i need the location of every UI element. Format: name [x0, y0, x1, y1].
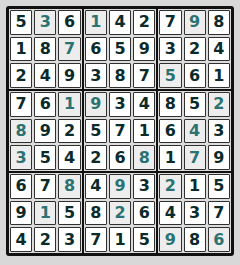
cell-r1c6[interactable]: 2 [133, 10, 155, 35]
cell-r6c6[interactable]: 8 [133, 145, 155, 170]
cell-r8c7[interactable]: 4 [159, 201, 181, 226]
cell-r9c8[interactable]: 8 [184, 227, 206, 252]
cell-r2c3[interactable]: 7 [58, 37, 80, 62]
cell-r2c1[interactable]: 1 [10, 37, 32, 62]
cell-r9c6[interactable]: 5 [133, 227, 155, 252]
cell-r7c6[interactable]: 3 [133, 174, 155, 199]
cell-r2c8[interactable]: 2 [184, 37, 206, 62]
cell-r8c5[interactable]: 2 [109, 201, 131, 226]
cell-r2c9[interactable]: 4 [208, 37, 230, 62]
box-3-1: 678915423 [9, 173, 82, 253]
box-3-3: 215437986 [158, 173, 231, 253]
cell-r6c1[interactable]: 3 [10, 145, 32, 170]
cell-r3c9[interactable]: 1 [208, 63, 230, 88]
cell-r1c7[interactable]: 7 [159, 10, 181, 35]
cell-r3c6[interactable]: 7 [133, 63, 155, 88]
cell-r1c2[interactable]: 3 [34, 10, 56, 35]
cell-r7c4[interactable]: 4 [85, 174, 107, 199]
cell-r2c6[interactable]: 9 [133, 37, 155, 62]
cell-r3c4[interactable]: 3 [85, 63, 107, 88]
box-2-1: 761892354 [9, 91, 82, 171]
cell-r3c2[interactable]: 4 [34, 63, 56, 88]
box-1-1: 536187249 [9, 9, 82, 89]
cell-r5c6[interactable]: 1 [133, 119, 155, 144]
cell-r7c9[interactable]: 5 [208, 174, 230, 199]
cell-r4c1[interactable]: 7 [10, 92, 32, 117]
cell-r5c2[interactable]: 9 [34, 119, 56, 144]
box-2-3: 852643179 [158, 91, 231, 171]
cell-r7c1[interactable]: 6 [10, 174, 32, 199]
cell-r5c1[interactable]: 8 [10, 119, 32, 144]
cell-r2c5[interactable]: 5 [109, 37, 131, 62]
box-1-3: 798324561 [158, 9, 231, 89]
cell-r2c7[interactable]: 3 [159, 37, 181, 62]
cell-r4c5[interactable]: 3 [109, 92, 131, 117]
cell-r3c3[interactable]: 9 [58, 63, 80, 88]
cell-r1c4[interactable]: 1 [85, 10, 107, 35]
cell-r3c1[interactable]: 2 [10, 63, 32, 88]
cell-r4c4[interactable]: 9 [85, 92, 107, 117]
cell-r5c8[interactable]: 4 [184, 119, 206, 144]
cell-r4c9[interactable]: 2 [208, 92, 230, 117]
sudoku-board: 5361872491426593877983245617618923549345… [6, 6, 234, 256]
cell-r9c9[interactable]: 6 [208, 227, 230, 252]
cell-r5c7[interactable]: 6 [159, 119, 181, 144]
box-3-2: 493826715 [84, 173, 157, 253]
cell-r9c7[interactable]: 9 [159, 227, 181, 252]
cell-r1c1[interactable]: 5 [10, 10, 32, 35]
cell-r1c5[interactable]: 4 [109, 10, 131, 35]
cell-r7c2[interactable]: 7 [34, 174, 56, 199]
cell-r2c4[interactable]: 6 [85, 37, 107, 62]
cell-r8c4[interactable]: 8 [85, 201, 107, 226]
cell-r4c2[interactable]: 6 [34, 92, 56, 117]
cell-r5c5[interactable]: 7 [109, 119, 131, 144]
cell-r8c1[interactable]: 9 [10, 201, 32, 226]
cell-r1c9[interactable]: 8 [208, 10, 230, 35]
cell-r4c8[interactable]: 5 [184, 92, 206, 117]
cell-r6c9[interactable]: 9 [208, 145, 230, 170]
cell-r5c3[interactable]: 2 [58, 119, 80, 144]
cell-r8c6[interactable]: 6 [133, 201, 155, 226]
cell-r1c3[interactable]: 6 [58, 10, 80, 35]
cell-r6c3[interactable]: 4 [58, 145, 80, 170]
cell-r8c9[interactable]: 7 [208, 201, 230, 226]
cell-r5c9[interactable]: 3 [208, 119, 230, 144]
cell-r1c8[interactable]: 9 [184, 10, 206, 35]
cell-r9c3[interactable]: 3 [58, 227, 80, 252]
cell-r3c5[interactable]: 8 [109, 63, 131, 88]
cell-r2c2[interactable]: 8 [34, 37, 56, 62]
cell-r8c8[interactable]: 3 [184, 201, 206, 226]
cell-r5c4[interactable]: 5 [85, 119, 107, 144]
cell-r6c5[interactable]: 6 [109, 145, 131, 170]
box-2-2: 934571268 [84, 91, 157, 171]
cell-r8c3[interactable]: 5 [58, 201, 80, 226]
cell-r6c2[interactable]: 5 [34, 145, 56, 170]
cell-r3c7[interactable]: 5 [159, 63, 181, 88]
cell-r7c3[interactable]: 8 [58, 174, 80, 199]
cell-r9c1[interactable]: 4 [10, 227, 32, 252]
cell-r9c5[interactable]: 1 [109, 227, 131, 252]
cell-r4c3[interactable]: 1 [58, 92, 80, 117]
cell-r7c8[interactable]: 1 [184, 174, 206, 199]
cell-r7c7[interactable]: 2 [159, 174, 181, 199]
cell-r4c6[interactable]: 4 [133, 92, 155, 117]
cell-r6c7[interactable]: 1 [159, 145, 181, 170]
cell-r6c4[interactable]: 2 [85, 145, 107, 170]
cell-r7c5[interactable]: 9 [109, 174, 131, 199]
cell-r9c4[interactable]: 7 [85, 227, 107, 252]
cell-r6c8[interactable]: 7 [184, 145, 206, 170]
cell-r3c8[interactable]: 6 [184, 63, 206, 88]
box-1-2: 142659387 [84, 9, 157, 89]
cell-r9c2[interactable]: 2 [34, 227, 56, 252]
cell-r8c2[interactable]: 1 [34, 201, 56, 226]
cell-r4c7[interactable]: 8 [159, 92, 181, 117]
